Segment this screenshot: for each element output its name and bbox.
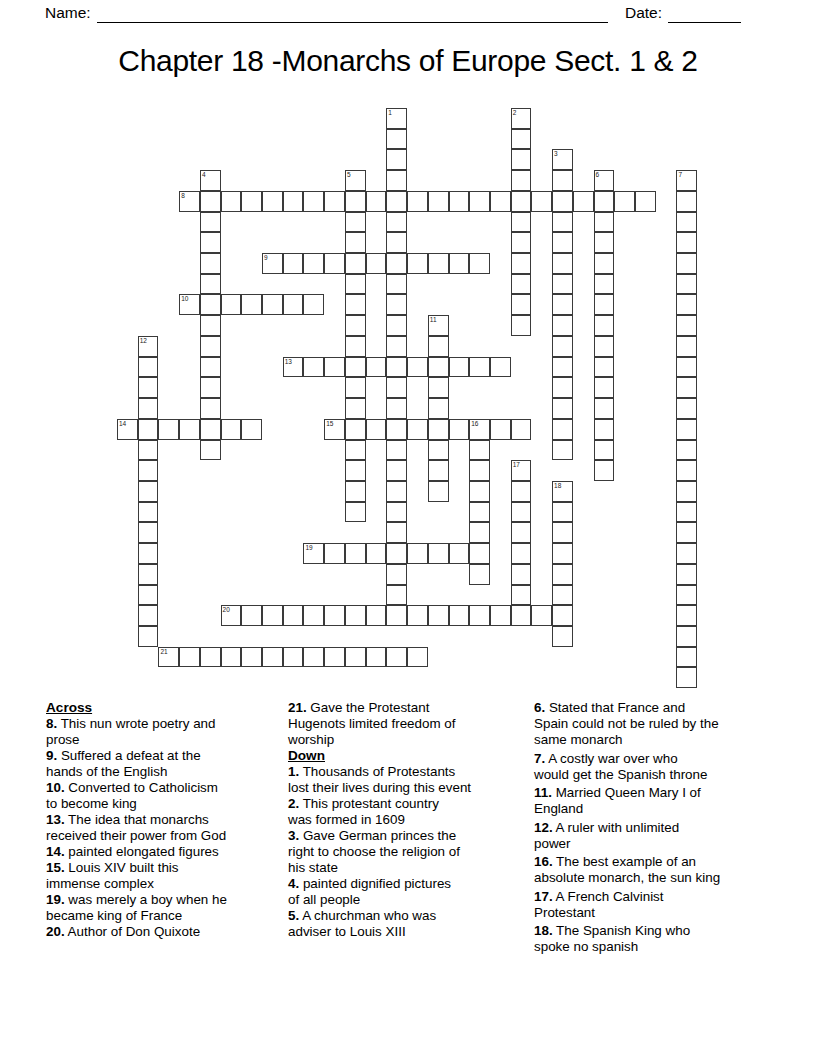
grid-cell[interactable] [345,460,366,481]
grid-cell[interactable] [676,667,697,688]
grid-cell[interactable] [511,129,532,150]
grid-cell[interactable] [407,419,428,440]
grid-cell[interactable] [511,232,532,253]
grid-cell[interactable] [386,315,407,336]
down-heading: Down [288,748,532,764]
grid-cell[interactable] [490,191,511,212]
grid-cell[interactable] [303,357,324,378]
grid-cell[interactable] [531,605,552,626]
grid-cell[interactable] [676,543,697,564]
clue-number: 13. [46,812,65,827]
grid-cell[interactable] [428,191,449,212]
clue-across-9: 9. Suffered a defeat at the hands of the… [46,748,284,780]
grid-cell[interactable] [345,440,366,461]
clue-text: Gave German princes the right to choose … [288,828,460,875]
grid-cell[interactable] [594,460,615,481]
grid-cell[interactable] [511,212,532,233]
grid-cell[interactable] [469,522,490,543]
grid-cell[interactable] [345,336,366,357]
clue-text: The best example of an absolute monarch,… [534,854,720,885]
grid-cell[interactable] [594,398,615,419]
grid-cell[interactable] [469,357,490,378]
grid-cell[interactable] [552,585,573,606]
clue-text: A French Calvinist Protestant [534,889,664,920]
grid-cell[interactable] [241,191,262,212]
grid-cell[interactable] [283,294,304,315]
grid-cell[interactable] [283,191,304,212]
grid-cell[interactable] [200,212,221,233]
grid-cell[interactable] [324,543,345,564]
grid-cell[interactable] [552,212,573,233]
grid-cell[interactable] [345,419,366,440]
grid-cell[interactable] [552,315,573,336]
clue-across-21: 21. Gave the Protestant Hugenots limited… [288,700,532,748]
grid-cell[interactable] [345,481,366,502]
grid-cell[interactable] [366,647,387,668]
clue-text: Author of Don Quixote [68,924,201,939]
grid-cell[interactable] [200,191,221,212]
grid-cell[interactable] [676,315,697,336]
grid-cell[interactable] [428,440,449,461]
grid-cell[interactable] [428,543,449,564]
grid-cell[interactable] [200,274,221,295]
grid-cell[interactable] [386,502,407,523]
grid-cell[interactable] [386,294,407,315]
grid-cell[interactable] [262,605,283,626]
clue-number: 19. [46,892,65,907]
grid-cell[interactable] [200,647,221,668]
grid-cell[interactable] [138,357,159,378]
grid-cell[interactable] [262,294,283,315]
grid-cell[interactable] [345,543,366,564]
grid-cell[interactable]: 18 [552,481,573,502]
grid-cell[interactable] [345,191,366,212]
grid-cell[interactable]: 9 [262,253,283,274]
grid-cell[interactable] [676,564,697,585]
grid-cell[interactable] [469,460,490,481]
grid-cell[interactable] [676,232,697,253]
grid-cell[interactable] [676,357,697,378]
clue-number: 5. [288,908,299,923]
grid-cell[interactable] [552,502,573,523]
grid-cell[interactable] [138,522,159,543]
clue-text: painted dignified pictures of all people [288,876,451,907]
grid-cell[interactable] [469,564,490,585]
clue-number: 1. [288,764,299,779]
grid-cell[interactable] [407,357,428,378]
grid-cell[interactable] [511,605,532,626]
grid-cell[interactable] [345,605,366,626]
grid-cell[interactable] [138,626,159,647]
grid-cell[interactable] [676,191,697,212]
grid-cell[interactable] [324,191,345,212]
grid-cell[interactable] [200,357,221,378]
grid-cell[interactable] [552,377,573,398]
grid-cell[interactable] [469,440,490,461]
grid-cell[interactable] [449,605,470,626]
grid-cell[interactable] [366,419,387,440]
grid-cell[interactable] [511,294,532,315]
grid-cell[interactable] [552,170,573,191]
grid-cell[interactable] [138,460,159,481]
grid-cell[interactable] [449,419,470,440]
grid-cell[interactable] [428,605,449,626]
grid-cell[interactable] [511,191,532,212]
grid-cell[interactable] [303,294,324,315]
cell-number: 13 [285,358,292,365]
grid-cell[interactable] [676,212,697,233]
grid-cell[interactable]: 17 [511,460,532,481]
grid-cell[interactable] [138,564,159,585]
grid-cell[interactable]: 16 [469,419,490,440]
clue-text: Thousands of Protestants lost their live… [288,764,471,795]
grid-cell[interactable] [200,377,221,398]
grid-cell[interactable] [428,253,449,274]
grid-cell[interactable] [552,191,573,212]
grid-cell[interactable]: 1 [386,108,407,129]
clue-text: Louis XIV built this immense complex [46,860,179,891]
grid-cell[interactable] [552,294,573,315]
grid-cell[interactable] [676,274,697,295]
grid-cell[interactable] [511,564,532,585]
grid-cell[interactable] [552,398,573,419]
grid-cell[interactable] [552,357,573,378]
grid-cell[interactable] [594,357,615,378]
date-label: Date: [625,4,662,22]
grid-cell[interactable] [386,212,407,233]
grid-cell[interactable]: 6 [594,170,615,191]
grid-cell[interactable] [511,274,532,295]
grid-cell[interactable] [138,585,159,606]
grid-cell[interactable] [386,149,407,170]
grid-cell[interactable] [428,481,449,502]
grid-cell[interactable] [531,191,552,212]
grid-cell[interactable] [386,605,407,626]
grid-cell[interactable] [594,232,615,253]
grid-cell[interactable]: 5 [345,170,366,191]
grid-cell[interactable] [469,191,490,212]
clues-column-3: 6. Stated that France and Spain could no… [534,700,774,958]
grid-cell[interactable] [386,419,407,440]
grid-cell[interactable] [345,253,366,274]
grid-cell[interactable] [676,377,697,398]
grid-cell[interactable] [241,647,262,668]
grid-cell[interactable] [511,481,532,502]
grid-cell[interactable]: 4 [200,170,221,191]
grid-cell[interactable] [386,170,407,191]
grid-cell[interactable] [676,460,697,481]
clue-across-13: 13. The idea that monarchs received thei… [46,812,284,844]
grid-cell[interactable] [241,605,262,626]
grid-cell[interactable] [221,191,242,212]
clues-column-1: Across 8. This nun wrote poetry and pros… [46,700,284,940]
clue-number: 14. [46,844,65,859]
grid-cell[interactable] [676,481,697,502]
cell-number: 20 [223,606,230,613]
grid-cell[interactable] [345,232,366,253]
grid-cell[interactable] [511,419,532,440]
grid-cell[interactable] [262,647,283,668]
grid-cell[interactable] [283,253,304,274]
grid-cell[interactable] [594,212,615,233]
clue-number: 2. [288,796,299,811]
grid-cell[interactable] [676,294,697,315]
grid-cell[interactable] [552,274,573,295]
grid-cell[interactable] [324,357,345,378]
grid-cell[interactable] [676,336,697,357]
grid-cell[interactable] [324,605,345,626]
grid-cell[interactable] [366,543,387,564]
grid-cell[interactable] [345,315,366,336]
grid-cell[interactable] [303,647,324,668]
grid-cell[interactable]: 19 [303,543,324,564]
grid-cell[interactable] [552,253,573,274]
grid-cell[interactable] [511,543,532,564]
grid-cell[interactable] [386,129,407,150]
grid-cell[interactable]: 20 [221,605,242,626]
grid-cell[interactable] [676,253,697,274]
grid-cell[interactable]: 3 [552,149,573,170]
clue-text: A ruler with unlimited power [534,820,679,851]
cell-number: 21 [160,648,167,655]
clue-text: Converted to Catholicism to become king [46,780,218,811]
grid-cell[interactable] [552,605,573,626]
grid-cell[interactable] [386,377,407,398]
grid-cell[interactable] [283,605,304,626]
clue-number: 8. [46,716,57,731]
grid-cell[interactable] [552,440,573,461]
grid-cell[interactable] [345,212,366,233]
grid-cell[interactable] [511,149,532,170]
grid-cell[interactable] [366,605,387,626]
grid-cell[interactable] [386,232,407,253]
grid-cell[interactable]: 8 [179,191,200,212]
grid-cell[interactable]: 2 [511,108,532,129]
grid-cell[interactable] [594,294,615,315]
grid-cell[interactable] [386,460,407,481]
clue-number: 3. [288,828,299,843]
grid-cell[interactable] [552,564,573,585]
grid-cell[interactable] [511,502,532,523]
grid-cell[interactable]: 14 [117,419,138,440]
grid-cell[interactable] [241,294,262,315]
grid-cell[interactable] [200,294,221,315]
grid-cell[interactable] [138,377,159,398]
grid-cell[interactable] [303,605,324,626]
grid-cell[interactable] [200,419,221,440]
grid-cell[interactable] [324,647,345,668]
grid-cell[interactable] [614,191,635,212]
grid-cell[interactable] [428,377,449,398]
grid-cell[interactable] [552,419,573,440]
grid-cell[interactable] [449,253,470,274]
grid-cell[interactable] [511,253,532,274]
grid-cell[interactable] [594,336,615,357]
grid-cell[interactable] [200,336,221,357]
grid-cell[interactable] [386,564,407,585]
grid-cell[interactable] [345,398,366,419]
clue-number: 20. [46,924,65,939]
grid-cell[interactable] [428,357,449,378]
grid-cell[interactable] [138,419,159,440]
grid-cell[interactable] [221,294,242,315]
grid-cell[interactable] [138,481,159,502]
clue-text: Married Queen Mary I of England [534,785,701,816]
grid-cell[interactable] [138,543,159,564]
grid-cell[interactable] [366,253,387,274]
grid-cell[interactable] [138,502,159,523]
grid-cell[interactable] [469,502,490,523]
grid-cell[interactable]: 7 [676,170,697,191]
grid-cell[interactable] [200,232,221,253]
grid-cell[interactable] [449,543,470,564]
grid-cell[interactable] [594,419,615,440]
cell-number: 16 [471,420,478,427]
grid-cell[interactable] [200,253,221,274]
grid-cell[interactable] [594,377,615,398]
grid-cell[interactable] [345,647,366,668]
grid-cell[interactable] [594,440,615,461]
grid-cell[interactable] [552,232,573,253]
grid-cell[interactable] [449,357,470,378]
grid-cell[interactable] [221,419,242,440]
grid-cell[interactable] [386,274,407,295]
grid-cell[interactable] [366,357,387,378]
grid-cell[interactable] [386,336,407,357]
grid-cell[interactable]: 11 [428,315,449,336]
grid-cell[interactable] [428,460,449,481]
cell-number: 3 [554,150,558,157]
grid-cell[interactable] [573,191,594,212]
grid-cell[interactable] [407,647,428,668]
grid-cell[interactable] [366,191,387,212]
grid-cell[interactable] [676,626,697,647]
grid-cell[interactable] [511,585,532,606]
grid-cell[interactable]: 13 [283,357,304,378]
grid-cell[interactable] [676,522,697,543]
grid-cell[interactable] [490,357,511,378]
grid-cell[interactable] [386,357,407,378]
grid-cell[interactable] [469,543,490,564]
grid-cell[interactable] [386,440,407,461]
grid-cell[interactable] [324,253,345,274]
grid-cell[interactable] [138,605,159,626]
grid-cell[interactable] [676,440,697,461]
grid-cell[interactable] [262,191,283,212]
grid-cell[interactable] [594,253,615,274]
grid-cell[interactable] [511,315,532,336]
grid-cell[interactable] [407,191,428,212]
grid-cell[interactable] [490,419,511,440]
grid-cell[interactable] [407,253,428,274]
worksheet-page: Name: Date: Chapter 18 -Monarchs of Euro… [0,0,816,1056]
grid-cell[interactable] [428,419,449,440]
grid-cell[interactable] [345,274,366,295]
grid-cell[interactable] [469,481,490,502]
grid-cell[interactable] [469,605,490,626]
grid-cell[interactable] [428,398,449,419]
cell-number: 10 [181,295,188,302]
grid-cell[interactable] [138,440,159,461]
grid-cell[interactable] [676,605,697,626]
grid-cell[interactable]: 15 [324,419,345,440]
grid-cell[interactable] [386,647,407,668]
grid-cell[interactable] [283,647,304,668]
grid-cell[interactable] [635,191,656,212]
clue-down-7: 7. A costly war over who would get the S… [534,751,774,783]
grid-cell[interactable] [676,585,697,606]
grid-cell[interactable] [345,377,366,398]
grid-cell[interactable]: 10 [179,294,200,315]
clue-down-5: 5. A churchman who was adviser to Louis … [288,908,532,940]
cell-number: 6 [596,171,600,178]
grid-cell[interactable] [449,191,470,212]
grid-cell[interactable] [138,398,159,419]
grid-cell[interactable] [386,253,407,274]
clue-down-4: 4. painted dignified pictures of all peo… [288,876,532,908]
grid-cell[interactable] [469,253,490,274]
grid-cell[interactable] [386,191,407,212]
grid-cell[interactable] [676,419,697,440]
clue-number: 21. [288,700,307,715]
grid-cell[interactable] [552,522,573,543]
grid-cell[interactable] [552,336,573,357]
grid-cell[interactable] [511,522,532,543]
grid-cell[interactable] [158,419,179,440]
grid-cell[interactable] [676,398,697,419]
grid-cell[interactable] [303,253,324,274]
grid-cell[interactable] [386,398,407,419]
grid-cell[interactable] [407,605,428,626]
grid-cell[interactable] [200,440,221,461]
grid-cell[interactable] [386,522,407,543]
grid-cell[interactable] [386,543,407,564]
grid-cell[interactable] [345,502,366,523]
cell-number: 4 [202,171,206,178]
grid-cell[interactable] [200,315,221,336]
clue-text: Stated that France and Spain could not b… [534,700,719,747]
grid-cell[interactable] [179,419,200,440]
grid-cell[interactable] [241,419,262,440]
cell-number: 7 [678,171,682,178]
grid-cell[interactable] [345,294,366,315]
grid-cell[interactable] [303,191,324,212]
grid-cell[interactable] [345,357,366,378]
grid-cell[interactable] [386,481,407,502]
grid-cell[interactable] [490,605,511,626]
grid-cell[interactable] [552,626,573,647]
grid-cell[interactable]: 12 [138,336,159,357]
grid-cell[interactable] [221,647,242,668]
grid-cell[interactable]: 21 [158,647,179,668]
cell-number: 12 [140,337,147,344]
grid-cell[interactable] [594,274,615,295]
clue-number: 12. [534,820,553,835]
grid-cell[interactable] [179,647,200,668]
clue-text: The idea that monarchs received their po… [46,812,226,843]
grid-cell[interactable] [594,315,615,336]
grid-cell[interactable] [200,398,221,419]
grid-cell[interactable] [594,191,615,212]
grid-cell[interactable] [386,585,407,606]
grid-cell[interactable] [428,336,449,357]
grid-cell[interactable] [511,170,532,191]
grid-cell[interactable] [407,543,428,564]
grid-cell[interactable] [552,543,573,564]
clue-number: 16. [534,854,553,869]
grid-cell[interactable] [676,502,697,523]
grid-cell[interactable] [676,647,697,668]
